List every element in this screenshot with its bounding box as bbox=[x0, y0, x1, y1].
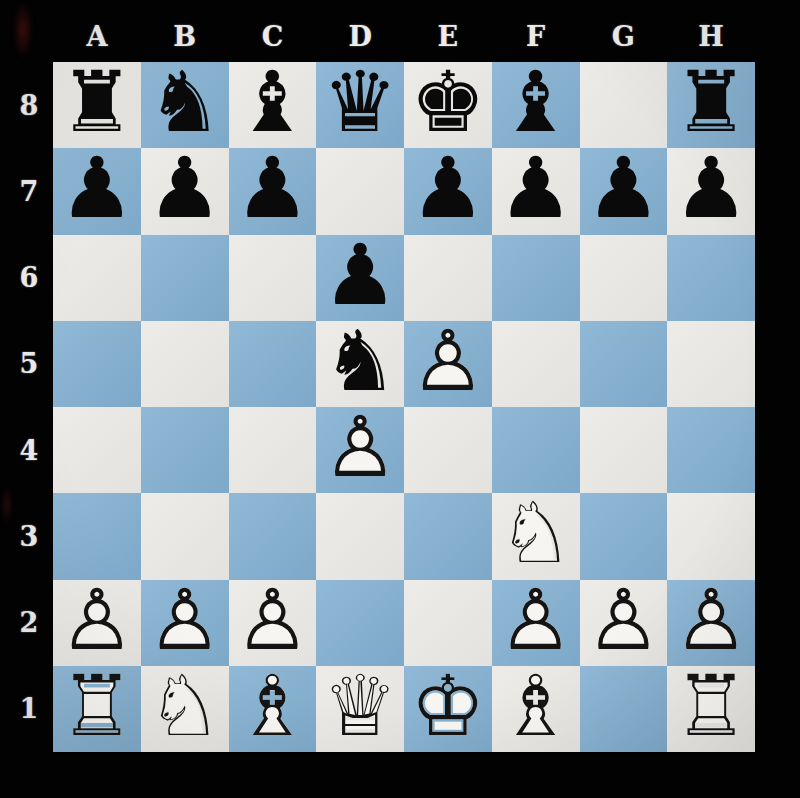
white-knight-outline: ♘ bbox=[498, 491, 573, 575]
square-f2[interactable]: ♟♙ bbox=[492, 580, 580, 666]
black-pawn-glyph: ♟ bbox=[673, 146, 748, 230]
square-a1[interactable]: ♜♖ bbox=[53, 666, 141, 752]
square-b3[interactable] bbox=[141, 493, 229, 579]
black-rook-glyph: ♜ bbox=[673, 60, 748, 144]
square-f7[interactable]: ♟ bbox=[492, 148, 580, 234]
piece-black-rook: ♜ bbox=[53, 62, 141, 148]
white-queen-outline: ♕ bbox=[322, 664, 397, 748]
square-f6[interactable] bbox=[492, 235, 580, 321]
square-f8[interactable]: ♝ bbox=[492, 62, 580, 148]
piece-white-rook: ♜♖ bbox=[53, 666, 141, 752]
square-g4[interactable] bbox=[580, 407, 668, 493]
piece-black-knight: ♞ bbox=[141, 62, 229, 148]
square-g8[interactable] bbox=[580, 62, 668, 148]
square-a5[interactable] bbox=[53, 321, 141, 407]
black-pawn-glyph: ♟ bbox=[322, 232, 397, 316]
square-a2[interactable]: ♟♙ bbox=[53, 580, 141, 666]
square-h6[interactable] bbox=[667, 235, 755, 321]
square-f3[interactable]: ♞♘ bbox=[492, 493, 580, 579]
square-h2[interactable]: ♟♙ bbox=[667, 580, 755, 666]
piece-white-bishop: ♝♗ bbox=[492, 666, 580, 752]
square-g5[interactable] bbox=[580, 321, 668, 407]
square-d7[interactable] bbox=[316, 148, 404, 234]
square-c8[interactable]: ♝ bbox=[229, 62, 317, 148]
black-pawn-glyph: ♟ bbox=[59, 146, 134, 230]
piece-black-king: ♚ bbox=[404, 62, 492, 148]
white-pawn-outline: ♙ bbox=[59, 577, 134, 661]
piece-black-pawn: ♟ bbox=[141, 148, 229, 234]
vhs-artifact bbox=[13, 0, 33, 60]
square-g1[interactable] bbox=[580, 666, 668, 752]
piece-white-pawn: ♟♙ bbox=[667, 580, 755, 666]
file-label-f: F bbox=[492, 14, 580, 58]
black-pawn-glyph: ♟ bbox=[410, 146, 485, 230]
square-c2[interactable]: ♟♙ bbox=[229, 580, 317, 666]
piece-white-pawn: ♟♙ bbox=[404, 321, 492, 407]
piece-white-pawn: ♟♙ bbox=[141, 580, 229, 666]
black-knight-glyph: ♞ bbox=[322, 319, 397, 403]
piece-white-king: ♚♔ bbox=[404, 666, 492, 752]
square-e2[interactable] bbox=[404, 580, 492, 666]
black-pawn-glyph: ♟ bbox=[498, 146, 573, 230]
white-pawn-outline: ♙ bbox=[147, 577, 222, 661]
square-e3[interactable] bbox=[404, 493, 492, 579]
square-e1[interactable]: ♚♔ bbox=[404, 666, 492, 752]
square-h7[interactable]: ♟ bbox=[667, 148, 755, 234]
black-pawn-glyph: ♟ bbox=[235, 146, 310, 230]
square-c1[interactable]: ♝♗ bbox=[229, 666, 317, 752]
white-pawn-outline: ♙ bbox=[673, 577, 748, 661]
rank-label-3: 3 bbox=[8, 493, 50, 579]
chess-board: ♜♞♝♛♚♝♜♟♟♟♟♟♟♟♟♞♟♙♟♙♞♘♟♙♟♙♟♙♟♙♟♙♟♙♜♖♞♘♝♗… bbox=[53, 62, 755, 752]
piece-black-pawn: ♟ bbox=[53, 148, 141, 234]
black-queen-glyph: ♛ bbox=[322, 60, 397, 144]
square-e6[interactable] bbox=[404, 235, 492, 321]
square-d4[interactable]: ♟♙ bbox=[316, 407, 404, 493]
square-d6[interactable]: ♟ bbox=[316, 235, 404, 321]
square-d1[interactable]: ♛♕ bbox=[316, 666, 404, 752]
file-label-d: D bbox=[316, 14, 404, 58]
square-b2[interactable]: ♟♙ bbox=[141, 580, 229, 666]
black-pawn-glyph: ♟ bbox=[586, 146, 661, 230]
square-c4[interactable] bbox=[229, 407, 317, 493]
white-pawn-outline: ♙ bbox=[586, 577, 661, 661]
square-g7[interactable]: ♟ bbox=[580, 148, 668, 234]
white-pawn-outline: ♙ bbox=[322, 405, 397, 489]
white-rook-outline: ♖ bbox=[673, 664, 748, 748]
square-a3[interactable] bbox=[53, 493, 141, 579]
piece-white-knight: ♞♘ bbox=[492, 493, 580, 579]
piece-black-pawn: ♟ bbox=[667, 148, 755, 234]
square-e8[interactable]: ♚ bbox=[404, 62, 492, 148]
square-e7[interactable]: ♟ bbox=[404, 148, 492, 234]
square-h1[interactable]: ♜♖ bbox=[667, 666, 755, 752]
piece-white-pawn: ♟♙ bbox=[316, 407, 404, 493]
square-a4[interactable] bbox=[53, 407, 141, 493]
piece-black-pawn: ♟ bbox=[580, 148, 668, 234]
piece-black-knight: ♞ bbox=[316, 321, 404, 407]
square-g3[interactable] bbox=[580, 493, 668, 579]
square-e4[interactable] bbox=[404, 407, 492, 493]
square-c6[interactable] bbox=[229, 235, 317, 321]
piece-white-pawn: ♟♙ bbox=[53, 580, 141, 666]
file-label-e: E bbox=[404, 14, 492, 58]
square-b4[interactable] bbox=[141, 407, 229, 493]
white-bishop-outline: ♗ bbox=[498, 664, 573, 748]
piece-black-rook: ♜ bbox=[667, 62, 755, 148]
white-knight-outline: ♘ bbox=[147, 664, 222, 748]
square-f5[interactable] bbox=[492, 321, 580, 407]
rank-label-5: 5 bbox=[8, 321, 50, 407]
piece-black-pawn: ♟ bbox=[229, 148, 317, 234]
rank-label-8: 8 bbox=[8, 62, 50, 148]
black-knight-glyph: ♞ bbox=[147, 60, 222, 144]
piece-black-pawn: ♟ bbox=[404, 148, 492, 234]
square-f1[interactable]: ♝♗ bbox=[492, 666, 580, 752]
square-b8[interactable]: ♞ bbox=[141, 62, 229, 148]
square-a6[interactable] bbox=[53, 235, 141, 321]
square-b1[interactable]: ♞♘ bbox=[141, 666, 229, 752]
white-pawn-outline: ♙ bbox=[410, 319, 485, 403]
square-h8[interactable]: ♜ bbox=[667, 62, 755, 148]
rank-label-7: 7 bbox=[8, 148, 50, 234]
piece-black-bishop: ♝ bbox=[492, 62, 580, 148]
white-rook-outline: ♖ bbox=[59, 664, 134, 748]
file-label-a: A bbox=[53, 14, 141, 58]
black-bishop-glyph: ♝ bbox=[235, 60, 310, 144]
rank-labels: 87654321 bbox=[8, 62, 50, 752]
black-rook-glyph: ♜ bbox=[59, 60, 134, 144]
square-h4[interactable] bbox=[667, 407, 755, 493]
square-b5[interactable] bbox=[141, 321, 229, 407]
piece-black-queen: ♛ bbox=[316, 62, 404, 148]
black-king-glyph: ♚ bbox=[410, 60, 485, 144]
square-g6[interactable] bbox=[580, 235, 668, 321]
square-b6[interactable] bbox=[141, 235, 229, 321]
piece-white-rook: ♜♖ bbox=[667, 666, 755, 752]
white-king-outline: ♔ bbox=[410, 664, 485, 748]
square-d2[interactable] bbox=[316, 580, 404, 666]
square-e5[interactable]: ♟♙ bbox=[404, 321, 492, 407]
white-pawn-outline: ♙ bbox=[498, 577, 573, 661]
square-d5[interactable]: ♞ bbox=[316, 321, 404, 407]
white-bishop-outline: ♗ bbox=[235, 664, 310, 748]
rank-label-2: 2 bbox=[8, 580, 50, 666]
piece-black-pawn: ♟ bbox=[316, 235, 404, 321]
piece-white-pawn: ♟♙ bbox=[580, 580, 668, 666]
file-label-b: B bbox=[141, 14, 229, 58]
file-label-h: H bbox=[667, 14, 755, 58]
square-b7[interactable]: ♟ bbox=[141, 148, 229, 234]
square-f4[interactable] bbox=[492, 407, 580, 493]
square-d8[interactable]: ♛ bbox=[316, 62, 404, 148]
vhs-artifact bbox=[2, 484, 12, 526]
piece-white-bishop: ♝♗ bbox=[229, 666, 317, 752]
file-label-c: C bbox=[229, 14, 317, 58]
square-a8[interactable]: ♜ bbox=[53, 62, 141, 148]
rank-label-4: 4 bbox=[8, 407, 50, 493]
piece-white-queen: ♛♕ bbox=[316, 666, 404, 752]
square-h5[interactable] bbox=[667, 321, 755, 407]
piece-white-pawn: ♟♙ bbox=[492, 580, 580, 666]
black-bishop-glyph: ♝ bbox=[498, 60, 573, 144]
black-pawn-glyph: ♟ bbox=[147, 146, 222, 230]
piece-white-knight: ♞♘ bbox=[141, 666, 229, 752]
square-h3[interactable] bbox=[667, 493, 755, 579]
piece-black-bishop: ♝ bbox=[229, 62, 317, 148]
square-c7[interactable]: ♟ bbox=[229, 148, 317, 234]
piece-black-pawn: ♟ bbox=[492, 148, 580, 234]
file-label-g: G bbox=[580, 14, 668, 58]
white-pawn-outline: ♙ bbox=[235, 577, 310, 661]
square-d3[interactable] bbox=[316, 493, 404, 579]
square-c3[interactable] bbox=[229, 493, 317, 579]
square-g2[interactable]: ♟♙ bbox=[580, 580, 668, 666]
video-frame: ABCDEFGH 87654321 ♜♞♝♛♚♝♜♟♟♟♟♟♟♟♟♞♟♙♟♙♞♘… bbox=[0, 0, 800, 798]
square-c5[interactable] bbox=[229, 321, 317, 407]
square-a7[interactable]: ♟ bbox=[53, 148, 141, 234]
rank-label-1: 1 bbox=[8, 666, 50, 752]
piece-white-pawn: ♟♙ bbox=[229, 580, 317, 666]
file-labels: ABCDEFGH bbox=[53, 14, 755, 58]
rank-label-6: 6 bbox=[8, 235, 50, 321]
